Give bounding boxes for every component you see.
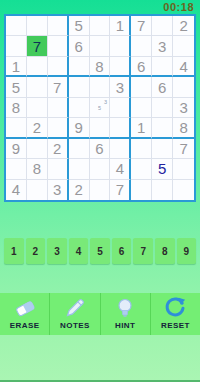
cell-R9C1[interactable]: 4 <box>6 180 27 200</box>
cell-R9C9[interactable] <box>173 180 194 200</box>
cell-R3C1[interactable]: 1 <box>6 57 27 77</box>
reset-label: RESET <box>161 321 190 330</box>
cell-R2C7[interactable] <box>131 36 152 56</box>
sudoku-board: 5172763186457368353291892678454327 <box>4 14 196 202</box>
cell-digit: 5 <box>74 18 82 33</box>
cell-R4C5[interactable] <box>90 77 111 97</box>
cell-R6C2[interactable]: 2 <box>27 118 48 138</box>
cell-digit: 2 <box>53 141 61 156</box>
cell-R2C9[interactable] <box>173 36 194 56</box>
cell-digit: 4 <box>12 182 20 197</box>
cell-R5C8[interactable] <box>152 98 173 118</box>
cell-R4C8[interactable]: 6 <box>152 77 173 97</box>
erase-button[interactable]: ERASE <box>0 293 49 335</box>
cell-R8C8[interactable]: 5 <box>152 159 173 179</box>
cell-digit: 2 <box>74 182 82 197</box>
cell-R1C5[interactable] <box>90 16 111 36</box>
bulb-icon <box>113 296 137 320</box>
cell-R6C7[interactable]: 1 <box>131 118 152 138</box>
cell-digit: 3 <box>116 80 124 95</box>
cell-R2C2[interactable]: 7 <box>27 36 48 56</box>
cell-R7C9[interactable]: 7 <box>173 139 194 159</box>
cell-R9C2[interactable] <box>27 180 48 200</box>
cell-R8C4[interactable] <box>69 159 90 179</box>
cell-digit: 6 <box>158 80 166 95</box>
cell-R4C2[interactable] <box>27 77 48 97</box>
cell-R6C3[interactable] <box>48 118 69 138</box>
cell-R4C7[interactable] <box>131 77 152 97</box>
cell-R5C1[interactable]: 8 <box>6 98 27 118</box>
cell-R6C1[interactable] <box>6 118 27 138</box>
cell-R6C4[interactable]: 9 <box>69 118 90 138</box>
cell-R1C6[interactable]: 1 <box>110 16 131 36</box>
cell-digit: 3 <box>158 39 166 54</box>
sudoku-app: 00:18 5172763186457368353291892678454327… <box>0 0 200 382</box>
cell-R9C5[interactable] <box>90 180 111 200</box>
cell-R2C6[interactable] <box>110 36 131 56</box>
cell-R9C7[interactable] <box>131 180 152 200</box>
cell-R1C1[interactable] <box>6 16 27 36</box>
cell-R9C3[interactable]: 3 <box>48 180 69 200</box>
numpad-key-7[interactable]: 7 <box>133 238 153 264</box>
cell-digit: 3 <box>53 182 61 197</box>
cell-R3C8[interactable] <box>152 57 173 77</box>
cell-R9C6[interactable]: 7 <box>110 180 131 200</box>
cell-R2C1[interactable] <box>6 36 27 56</box>
cell-digit: 5 <box>12 80 20 95</box>
cell-digit: 2 <box>33 120 41 135</box>
cell-digit: 7 <box>137 18 145 33</box>
erase-label: ERASE <box>10 321 40 330</box>
cell-R4C4[interactable] <box>69 77 90 97</box>
cell-R9C8[interactable] <box>152 180 173 200</box>
cell-digit: 7 <box>33 39 41 54</box>
cell-R6C9[interactable]: 8 <box>173 118 194 138</box>
cell-digit: 7 <box>179 141 187 156</box>
cell-R3C9[interactable]: 4 <box>173 57 194 77</box>
numpad-key-2[interactable]: 2 <box>26 238 46 264</box>
note-slot-9 <box>102 111 108 116</box>
cell-R9C4[interactable]: 2 <box>69 180 90 200</box>
cell-R5C4[interactable] <box>69 98 90 118</box>
cell-R2C3[interactable] <box>48 36 69 56</box>
cell-R1C3[interactable] <box>48 16 69 36</box>
cell-R2C4[interactable]: 6 <box>69 36 90 56</box>
cell-R1C7[interactable]: 7 <box>131 16 152 36</box>
cell-digit: 4 <box>116 161 124 176</box>
cell-R8C5[interactable] <box>90 159 111 179</box>
numpad-key-3[interactable]: 3 <box>47 238 67 264</box>
cell-R7C7[interactable] <box>131 139 152 159</box>
cell-R7C8[interactable] <box>152 139 173 159</box>
cell-digit: 8 <box>12 100 20 115</box>
cell-R5C7[interactable] <box>131 98 152 118</box>
cell-R7C5[interactable]: 6 <box>90 139 111 159</box>
toolbar: ERASE NOTES HINT <box>0 293 200 335</box>
number-pad: 123456789 <box>4 238 196 264</box>
cell-R6C6[interactable] <box>110 118 131 138</box>
cell-R5C2[interactable] <box>27 98 48 118</box>
timer: 00:18 <box>163 1 194 13</box>
cell-digit: 7 <box>53 80 61 95</box>
cell-R5C5[interactable]: 35 <box>90 98 111 118</box>
reset-icon <box>163 296 187 320</box>
cell-digit: 1 <box>137 120 145 135</box>
cell-digit: 1 <box>12 59 20 74</box>
cell-R2C8[interactable]: 3 <box>152 36 173 56</box>
cell-R4C6[interactable]: 3 <box>110 77 131 97</box>
cell-digit: 2 <box>179 18 187 33</box>
cell-R8C2[interactable]: 8 <box>27 159 48 179</box>
cell-R7C3[interactable]: 2 <box>48 139 69 159</box>
cell-R8C7[interactable] <box>131 159 152 179</box>
numpad-key-9[interactable]: 9 <box>177 238 197 264</box>
cell-R6C5[interactable] <box>90 118 111 138</box>
cell-R8C9[interactable] <box>173 159 194 179</box>
reset-button[interactable]: RESET <box>150 293 200 335</box>
cell-R3C2[interactable] <box>27 57 48 77</box>
eraser-icon <box>13 296 37 320</box>
numpad-key-1[interactable]: 1 <box>4 238 24 264</box>
cell-R3C6[interactable] <box>110 57 131 77</box>
cell-R8C1[interactable] <box>6 159 27 179</box>
cell-R3C3[interactable] <box>48 57 69 77</box>
cell-R4C9[interactable] <box>173 77 194 97</box>
cell-R1C9[interactable]: 2 <box>173 16 194 36</box>
cell-digit: 7 <box>116 182 124 197</box>
cell-digit: 6 <box>74 39 82 54</box>
cell-digit: 8 <box>95 59 103 74</box>
cell-R4C3[interactable]: 7 <box>48 77 69 97</box>
pencil-notes: 35 <box>91 99 109 116</box>
cell-R2C5[interactable] <box>90 36 111 56</box>
cell-R7C4[interactable] <box>69 139 90 159</box>
cell-R4C1[interactable]: 5 <box>6 77 27 97</box>
cell-digit: 3 <box>179 100 187 115</box>
cell-digit: 4 <box>179 59 187 74</box>
numpad-key-5[interactable]: 5 <box>90 238 110 264</box>
notes-button[interactable]: NOTES <box>49 293 99 335</box>
cell-R3C7[interactable]: 6 <box>131 57 152 77</box>
cell-R3C5[interactable]: 8 <box>90 57 111 77</box>
numpad-key-4[interactable]: 4 <box>69 238 89 264</box>
cell-digit: 1 <box>116 18 124 33</box>
cell-R8C3[interactable] <box>48 159 69 179</box>
cell-R6C8[interactable] <box>152 118 173 138</box>
cell-R1C2[interactable] <box>27 16 48 36</box>
cell-digit: 6 <box>95 141 103 156</box>
notes-label: NOTES <box>60 321 90 330</box>
numpad-key-6[interactable]: 6 <box>112 238 132 264</box>
cell-R7C1[interactable]: 9 <box>6 139 27 159</box>
cell-digit: 6 <box>137 59 145 74</box>
cell-digit: 9 <box>74 120 82 135</box>
cell-digit: 8 <box>179 120 187 135</box>
cell-R5C6[interactable] <box>110 98 131 118</box>
cell-R3C4[interactable] <box>69 57 90 77</box>
cell-R5C9[interactable]: 3 <box>173 98 194 118</box>
cell-R1C4[interactable]: 5 <box>69 16 90 36</box>
hint-button[interactable]: HINT <box>100 293 150 335</box>
cell-R5C3[interactable] <box>48 98 69 118</box>
cell-digit: 9 <box>12 141 20 156</box>
pencil-icon <box>63 296 87 320</box>
numpad-key-8[interactable]: 8 <box>155 238 175 264</box>
cell-R8C6[interactable]: 4 <box>110 159 131 179</box>
cell-R7C6[interactable] <box>110 139 131 159</box>
cell-R1C8[interactable] <box>152 16 173 36</box>
cell-R7C2[interactable] <box>27 139 48 159</box>
cell-digit: 5 <box>158 161 166 176</box>
hint-label: HINT <box>115 321 135 330</box>
cell-digit: 8 <box>33 161 41 176</box>
